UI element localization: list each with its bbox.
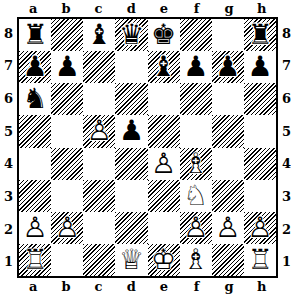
square-d2[interactable]: [115, 212, 147, 244]
square-b8[interactable]: [51, 19, 83, 51]
square-a4[interactable]: [19, 148, 51, 180]
black-pawn-a7: ♟: [19, 51, 51, 83]
piece-glyph: ♖: [19, 244, 51, 276]
rank-label-7: 7: [278, 50, 295, 83]
square-g3[interactable]: [212, 180, 244, 212]
rank-label-2: 2: [278, 213, 295, 246]
file-label-g: g: [213, 278, 246, 295]
square-f4[interactable]: ♝♗: [180, 148, 212, 180]
file-label-d: d: [115, 278, 148, 295]
square-e6[interactable]: [148, 83, 180, 115]
file-label-e: e: [148, 278, 181, 295]
square-a8[interactable]: ♜: [19, 19, 51, 51]
white-pawn-c5: ♟♙: [83, 115, 115, 147]
rank-labels-left: 87654321: [0, 17, 17, 278]
square-b3[interactable]: [51, 180, 83, 212]
file-label-d: d: [115, 0, 148, 17]
white-pawn-f2: ♟♙: [180, 212, 212, 244]
file-label-h: h: [245, 278, 278, 295]
square-f7[interactable]: ♟: [180, 51, 212, 83]
white-rook-h1: ♜♖: [244, 244, 276, 276]
square-a1[interactable]: ♜♖: [19, 244, 51, 276]
square-h1[interactable]: ♜♖: [244, 244, 276, 276]
rank-label-2: 2: [0, 213, 17, 246]
black-pawn-f7: ♟: [180, 51, 212, 83]
square-a6[interactable]: ♞: [19, 83, 51, 115]
piece-glyph: ♜: [19, 19, 51, 51]
file-label-c: c: [82, 278, 115, 295]
square-a2[interactable]: ♟♙: [19, 212, 51, 244]
file-label-e: e: [148, 0, 181, 17]
white-queen-d1: ♛♕: [115, 244, 147, 276]
rank-label-5: 5: [0, 115, 17, 148]
square-g6[interactable]: [212, 83, 244, 115]
black-bishop-e7: ♝: [148, 51, 180, 83]
rank-label-8: 8: [0, 17, 17, 50]
square-h8[interactable]: ♜: [244, 19, 276, 51]
square-f3[interactable]: ♞♘: [180, 180, 212, 212]
file-label-a: a: [17, 278, 50, 295]
piece-glyph: ♙: [148, 148, 180, 180]
square-d4[interactable]: [115, 148, 147, 180]
square-g5[interactable]: [212, 115, 244, 147]
square-f6[interactable]: [180, 83, 212, 115]
square-b1[interactable]: [51, 244, 83, 276]
piece-glyph: ♗: [180, 244, 212, 276]
square-f8[interactable]: [180, 19, 212, 51]
black-pawn-h7: ♟: [244, 51, 276, 83]
square-d3[interactable]: [115, 180, 147, 212]
rank-label-3: 3: [278, 180, 295, 213]
square-e5[interactable]: [148, 115, 180, 147]
square-a3[interactable]: [19, 180, 51, 212]
white-pawn-h2: ♟♙: [244, 212, 276, 244]
file-label-h: h: [245, 0, 278, 17]
piece-glyph: ♙: [19, 212, 51, 244]
white-pawn-a2: ♟♙: [19, 212, 51, 244]
black-pawn-b7: ♟: [51, 51, 83, 83]
rank-label-4: 4: [278, 148, 295, 181]
piece-glyph: ♘: [180, 180, 212, 212]
piece-glyph: ♙: [180, 212, 212, 244]
piece-glyph: ♙: [212, 212, 244, 244]
square-a5[interactable]: [19, 115, 51, 147]
white-king-e1: ♚♔: [148, 244, 180, 276]
square-d6[interactable]: [115, 83, 147, 115]
white-knight-f3: ♞♘: [180, 180, 212, 212]
square-h2[interactable]: ♟♙: [244, 212, 276, 244]
square-c1[interactable]: [83, 244, 115, 276]
square-c2[interactable]: [83, 212, 115, 244]
rank-label-6: 6: [0, 82, 17, 115]
square-d8[interactable]: ♛: [115, 19, 147, 51]
piece-glyph: ♙: [83, 115, 115, 147]
square-e3[interactable]: [148, 180, 180, 212]
chess-diagram: abcdefgh 87654321 ♜♝♛♚♜♟♟♝♟♟♟♞♟♙♟♟♙♝♗♞♘♟…: [0, 0, 295, 295]
black-rook-a8: ♜: [19, 19, 51, 51]
file-labels-top: abcdefgh: [17, 0, 278, 17]
piece-glyph: ♙: [244, 212, 276, 244]
square-h4[interactable]: [244, 148, 276, 180]
square-h3[interactable]: [244, 180, 276, 212]
square-c7[interactable]: [83, 51, 115, 83]
rank-label-3: 3: [0, 180, 17, 213]
file-label-f: f: [180, 0, 213, 17]
piece-glyph: ♟: [180, 51, 212, 83]
rank-label-6: 6: [278, 82, 295, 115]
rank-label-7: 7: [0, 50, 17, 83]
square-h7[interactable]: ♟: [244, 51, 276, 83]
square-g2[interactable]: ♟♙: [212, 212, 244, 244]
piece-glyph: ♟: [19, 51, 51, 83]
black-king-e8: ♚: [148, 19, 180, 51]
file-label-c: c: [82, 0, 115, 17]
black-pawn-d5: ♟: [115, 115, 147, 147]
square-c5[interactable]: ♟♙: [83, 115, 115, 147]
file-label-a: a: [17, 0, 50, 17]
rank-label-5: 5: [278, 115, 295, 148]
square-g7[interactable]: ♟: [212, 51, 244, 83]
square-g4[interactable]: [212, 148, 244, 180]
rank-label-1: 1: [0, 245, 17, 278]
piece-glyph: ♟: [51, 51, 83, 83]
piece-glyph: ♜: [244, 19, 276, 51]
file-labels-bottom: abcdefgh: [17, 278, 278, 295]
square-a7[interactable]: ♟: [19, 51, 51, 83]
black-rook-h8: ♜: [244, 19, 276, 51]
square-b2[interactable]: ♟♙: [51, 212, 83, 244]
rank-label-4: 4: [0, 148, 17, 181]
rank-labels-right: 87654321: [278, 17, 295, 278]
white-pawn-e4: ♟♙: [148, 148, 180, 180]
square-e7[interactable]: ♝: [148, 51, 180, 83]
board-grid: ♜♝♛♚♜♟♟♝♟♟♟♞♟♙♟♟♙♝♗♞♘♟♙♟♙♟♙♟♙♟♙♜♖♛♕♚♔♝♗♜…: [17, 17, 278, 278]
square-c3[interactable]: [83, 180, 115, 212]
black-bishop-c8: ♝: [83, 19, 115, 51]
square-b7[interactable]: ♟: [51, 51, 83, 83]
black-queen-d8: ♛: [115, 19, 147, 51]
file-label-b: b: [50, 278, 83, 295]
square-f5[interactable]: [180, 115, 212, 147]
piece-glyph: ♟: [115, 115, 147, 147]
file-label-f: f: [180, 278, 213, 295]
piece-glyph: ♟: [212, 51, 244, 83]
white-pawn-g2: ♟♙: [212, 212, 244, 244]
black-pawn-g7: ♟: [212, 51, 244, 83]
white-bishop-f1: ♝♗: [180, 244, 212, 276]
file-label-b: b: [50, 0, 83, 17]
piece-glyph: ♝: [148, 51, 180, 83]
square-e8[interactable]: ♚: [148, 19, 180, 51]
square-g1[interactable]: [212, 244, 244, 276]
square-e4[interactable]: ♟♙: [148, 148, 180, 180]
square-g8[interactable]: [212, 19, 244, 51]
piece-glyph: ♛: [115, 19, 147, 51]
square-e1[interactable]: ♚♔: [148, 244, 180, 276]
piece-glyph: ♝: [83, 19, 115, 51]
piece-glyph: ♚: [148, 19, 180, 51]
square-c4[interactable]: [83, 148, 115, 180]
square-d5[interactable]: ♟: [115, 115, 147, 147]
white-pawn-b2: ♟♙: [51, 212, 83, 244]
square-c8[interactable]: ♝: [83, 19, 115, 51]
white-bishop-f4: ♝♗: [180, 148, 212, 180]
square-h5[interactable]: [244, 115, 276, 147]
piece-glyph: ♙: [51, 212, 83, 244]
square-e2[interactable]: [148, 212, 180, 244]
square-d1[interactable]: ♛♕: [115, 244, 147, 276]
square-f1[interactable]: ♝♗: [180, 244, 212, 276]
black-knight-a6: ♞: [19, 83, 51, 115]
square-d7[interactable]: [115, 51, 147, 83]
square-c6[interactable]: [83, 83, 115, 115]
file-label-g: g: [213, 0, 246, 17]
white-rook-a1: ♜♖: [19, 244, 51, 276]
piece-glyph: ♖: [244, 244, 276, 276]
piece-glyph: ♕: [115, 244, 147, 276]
square-b6[interactable]: [51, 83, 83, 115]
piece-glyph: ♗: [180, 148, 212, 180]
square-h6[interactable]: [244, 83, 276, 115]
square-b4[interactable]: [51, 148, 83, 180]
piece-glyph: ♞: [19, 83, 51, 115]
rank-label-1: 1: [278, 245, 295, 278]
piece-glyph: ♟: [244, 51, 276, 83]
square-f2[interactable]: ♟♙: [180, 212, 212, 244]
square-b5[interactable]: [51, 115, 83, 147]
rank-label-8: 8: [278, 17, 295, 50]
piece-glyph: ♔: [148, 244, 180, 276]
